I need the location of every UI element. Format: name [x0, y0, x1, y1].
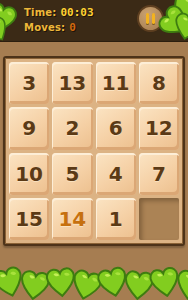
tile-14[interactable]: 14 [52, 198, 92, 240]
tile-number: 15 [15, 209, 43, 229]
tile-number: 3 [22, 73, 36, 93]
tile-number: 12 [145, 118, 173, 138]
tile-11[interactable]: 11 [96, 62, 136, 104]
tile-3[interactable]: 3 [9, 62, 49, 104]
tile-10[interactable]: 10 [9, 153, 49, 195]
moves-display: Moves: 0 [24, 21, 76, 34]
tile-7[interactable]: 7 [139, 153, 179, 195]
tile-number: 9 [22, 118, 36, 138]
tile-number: 1 [109, 209, 123, 229]
pause-icon [146, 13, 155, 24]
game-screen: Time: 00:03 Moves: 0 3131189261210547151… [0, 0, 188, 300]
puzzle-board: 313118926121054715141 [3, 56, 185, 246]
tile-number: 7 [152, 164, 166, 184]
tile-number: 10 [15, 164, 43, 184]
time-label: Time: [24, 7, 56, 18]
tile-1[interactable]: 1 [96, 198, 136, 240]
tile-8[interactable]: 8 [139, 62, 179, 104]
tile-number: 8 [152, 73, 166, 93]
time-value: 00:03 [60, 6, 93, 19]
tile-number: 11 [102, 73, 130, 93]
leaf-hedge-decoration [0, 266, 188, 300]
tile-5[interactable]: 5 [52, 153, 92, 195]
tile-number: 4 [109, 164, 123, 184]
tile-2[interactable]: 2 [52, 107, 92, 149]
tile-grid: 313118926121054715141 [9, 62, 179, 240]
empty-cell [139, 198, 179, 240]
tile-15[interactable]: 15 [9, 198, 49, 240]
tile-13[interactable]: 13 [52, 62, 92, 104]
tile-number: 2 [65, 118, 79, 138]
tile-number: 14 [58, 209, 86, 229]
moves-label: Moves: [24, 22, 65, 33]
tile-9[interactable]: 9 [9, 107, 49, 149]
tile-number: 13 [58, 73, 86, 93]
clover-decoration-top-left [0, 1, 20, 41]
tile-12[interactable]: 12 [139, 107, 179, 149]
clover-decoration-top-right [156, 0, 188, 48]
tile-number: 6 [109, 118, 123, 138]
tile-6[interactable]: 6 [96, 107, 136, 149]
moves-value: 0 [69, 21, 76, 34]
tile-4[interactable]: 4 [96, 153, 136, 195]
tile-number: 5 [65, 164, 79, 184]
time-display: Time: 00:03 [24, 6, 94, 19]
